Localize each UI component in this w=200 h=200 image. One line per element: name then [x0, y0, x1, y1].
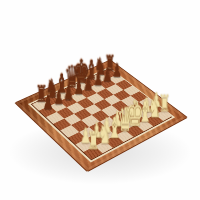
black-pawn-glyph: ♟	[94, 70, 104, 89]
black-pawn-glyph: ♟	[64, 83, 74, 103]
square-a7[interactable]: ♟	[39, 106, 56, 117]
black-pawn-glyph: ♟	[112, 61, 121, 80]
black-pawn-glyph: ♟	[43, 92, 53, 112]
chess-set-photo-scene: ♜♞♝♛♚♝♞♜♟♟♟♟♟♟♟♟♟♟♟♟♟♟♟♟♜♞♝♛♚♝♞♜	[0, 0, 200, 200]
black-pawn-glyph: ♟	[54, 88, 64, 108]
square-a1[interactable]: ♜	[83, 146, 102, 159]
black-pawn-glyph: ♟	[84, 74, 94, 93]
black-pawn-glyph: ♟	[74, 78, 84, 97]
white-rook-glyph: ♜	[88, 129, 101, 154]
square-a6[interactable]	[46, 112, 64, 124]
white-knight-glyph: ♞	[98, 121, 112, 148]
black-pawn-glyph: ♟	[103, 65, 113, 84]
